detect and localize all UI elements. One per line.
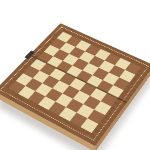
black-pawn-icon: ♟: [117, 73, 135, 78]
product-photo: ♜♞♝♛♚♝♞♜♟♟♟♟♟♟♟♟♟♟♟♟♟♟♟♟♜♞♝♛♚♝♞♜: [0, 0, 150, 150]
scene: ♜♞♝♛♚♝♞♜♟♟♟♟♟♟♟♟♟♟♟♟♟♟♟♟♜♞♝♛♚♝♞♜: [0, 0, 150, 150]
chess-board: ♜♞♝♛♚♝♞♜♟♟♟♟♟♟♟♟♟♟♟♟♟♟♟♟♜♞♝♛♚♝♞♜: [0, 23, 150, 146]
black-rook-icon: ♜: [122, 65, 140, 71]
